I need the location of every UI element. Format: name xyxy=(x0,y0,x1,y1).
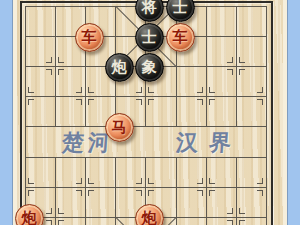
position-marker xyxy=(148,190,154,196)
piece-black-advisor[interactable]: 士 xyxy=(166,0,195,22)
position-marker xyxy=(136,87,142,93)
piece-black-advisor[interactable]: 士 xyxy=(135,23,164,52)
position-marker xyxy=(209,99,215,105)
position-marker xyxy=(227,57,233,63)
xiangqi-game-screen: 楚河 汉界 将士车士车炮象马炮炮 xyxy=(0,0,300,225)
position-marker xyxy=(28,87,34,93)
position-marker xyxy=(257,190,263,196)
position-marker xyxy=(58,208,64,214)
position-marker xyxy=(28,99,34,105)
grid-line xyxy=(25,6,26,225)
position-marker xyxy=(209,87,215,93)
position-marker xyxy=(46,208,52,214)
grid-line xyxy=(25,126,267,127)
position-marker xyxy=(58,57,64,63)
position-marker xyxy=(46,220,52,225)
grid-line xyxy=(25,157,267,158)
grid-line xyxy=(206,6,207,127)
grid-line xyxy=(176,157,177,225)
position-marker xyxy=(257,87,263,93)
position-marker xyxy=(239,57,245,63)
grid-line xyxy=(236,6,237,127)
position-marker xyxy=(239,220,245,225)
position-marker xyxy=(209,190,215,196)
piece-red-cannon[interactable]: 炮 xyxy=(135,204,164,226)
position-marker xyxy=(58,220,64,225)
position-marker xyxy=(239,208,245,214)
position-marker xyxy=(257,99,263,105)
grid-line xyxy=(206,157,207,225)
grid-line xyxy=(115,157,116,225)
grid-line xyxy=(25,96,267,97)
position-marker xyxy=(227,220,233,225)
grid-line xyxy=(25,187,267,188)
piece-black-cannon[interactable]: 炮 xyxy=(105,53,134,82)
position-marker xyxy=(88,190,94,196)
position-marker xyxy=(257,178,263,184)
position-marker xyxy=(76,190,82,196)
piece-red-cannon[interactable]: 炮 xyxy=(15,204,44,226)
piece-black-general[interactable]: 将 xyxy=(135,0,164,22)
piece-red-chariot[interactable]: 车 xyxy=(166,23,195,52)
position-marker xyxy=(88,87,94,93)
position-marker xyxy=(88,178,94,184)
position-marker xyxy=(136,99,142,105)
position-marker xyxy=(76,87,82,93)
position-marker xyxy=(88,99,94,105)
position-marker xyxy=(239,69,245,75)
position-marker xyxy=(136,178,142,184)
grid-line xyxy=(55,157,56,225)
position-marker xyxy=(197,190,203,196)
piece-black-elephant[interactable]: 象 xyxy=(135,53,164,82)
grid-line xyxy=(85,157,86,225)
position-marker xyxy=(209,178,215,184)
position-marker xyxy=(136,190,142,196)
piece-red-horse[interactable]: 马 xyxy=(105,113,134,142)
position-marker xyxy=(148,87,154,93)
position-marker xyxy=(227,69,233,75)
grid-line xyxy=(55,6,56,127)
position-marker xyxy=(76,178,82,184)
position-marker xyxy=(197,87,203,93)
position-marker xyxy=(227,208,233,214)
position-marker xyxy=(58,69,64,75)
position-marker xyxy=(197,99,203,105)
position-marker xyxy=(76,99,82,105)
grid-line xyxy=(266,6,267,225)
position-marker xyxy=(46,69,52,75)
position-marker xyxy=(28,178,34,184)
position-marker xyxy=(46,57,52,63)
position-marker xyxy=(197,178,203,184)
grid-line xyxy=(236,157,237,225)
river-label-han-border: 汉界 xyxy=(175,132,243,154)
piece-red-chariot[interactable]: 车 xyxy=(75,23,104,52)
position-marker xyxy=(148,178,154,184)
position-marker xyxy=(148,99,154,105)
position-marker xyxy=(28,190,34,196)
